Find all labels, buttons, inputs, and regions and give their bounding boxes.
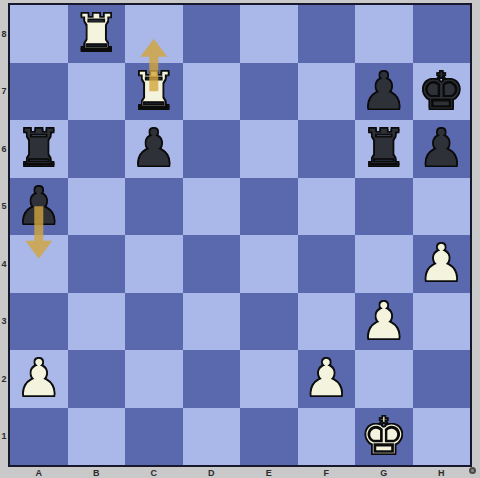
square-f3[interactable] — [298, 293, 356, 351]
white-pawn[interactable]: ♟ — [298, 350, 356, 408]
square-c5[interactable] — [125, 178, 183, 236]
square-f7[interactable] — [298, 63, 356, 121]
white-king[interactable]: ♚ — [355, 408, 413, 466]
file-label-g: G — [376, 468, 392, 478]
square-a3[interactable] — [10, 293, 68, 351]
square-c2[interactable] — [125, 350, 183, 408]
black-rook[interactable]: ♜ — [10, 120, 68, 178]
square-h1[interactable] — [413, 408, 471, 466]
square-g2[interactable] — [355, 350, 413, 408]
rank-label-8: 8 — [0, 29, 8, 39]
chess-board-app: ♜♜♟♚♜♟♜♟♟♟♟♟♟♚ 87654321ABCDEFGH — [0, 0, 480, 478]
black-king[interactable]: ♚ — [413, 63, 471, 121]
square-d3[interactable] — [183, 293, 241, 351]
square-d2[interactable] — [183, 350, 241, 408]
square-a7[interactable] — [10, 63, 68, 121]
square-b7[interactable] — [68, 63, 126, 121]
square-h5[interactable] — [413, 178, 471, 236]
square-e3[interactable] — [240, 293, 298, 351]
rank-label-7: 7 — [0, 86, 8, 96]
square-e1[interactable] — [240, 408, 298, 466]
square-a1[interactable] — [10, 408, 68, 466]
file-label-a: A — [31, 468, 47, 478]
square-c4[interactable] — [125, 235, 183, 293]
square-d6[interactable] — [183, 120, 241, 178]
square-h8[interactable] — [413, 5, 471, 63]
square-b3[interactable] — [68, 293, 126, 351]
dot-logo-icon — [469, 467, 476, 474]
square-e8[interactable] — [240, 5, 298, 63]
square-f4[interactable] — [298, 235, 356, 293]
black-pawn[interactable]: ♟ — [355, 63, 413, 121]
rank-label-3: 3 — [0, 316, 8, 326]
square-a4[interactable] — [10, 235, 68, 293]
square-f1[interactable] — [298, 408, 356, 466]
file-label-e: E — [261, 468, 277, 478]
square-b5[interactable] — [68, 178, 126, 236]
white-pawn[interactable]: ♟ — [413, 235, 471, 293]
file-label-b: B — [88, 468, 104, 478]
square-h3[interactable] — [413, 293, 471, 351]
black-rook[interactable]: ♜ — [355, 120, 413, 178]
black-pawn[interactable]: ♟ — [413, 120, 471, 178]
black-pawn[interactable]: ♟ — [10, 178, 68, 236]
square-f6[interactable] — [298, 120, 356, 178]
square-f5[interactable] — [298, 178, 356, 236]
rank-label-1: 1 — [0, 431, 8, 441]
square-d5[interactable] — [183, 178, 241, 236]
square-g8[interactable] — [355, 5, 413, 63]
white-pawn[interactable]: ♟ — [355, 293, 413, 351]
square-d1[interactable] — [183, 408, 241, 466]
square-e6[interactable] — [240, 120, 298, 178]
white-rook[interactable]: ♜ — [68, 5, 126, 63]
rank-label-6: 6 — [0, 144, 8, 154]
square-d8[interactable] — [183, 5, 241, 63]
square-d7[interactable] — [183, 63, 241, 121]
square-a8[interactable] — [10, 5, 68, 63]
square-b6[interactable] — [68, 120, 126, 178]
file-label-f: F — [318, 468, 334, 478]
square-b2[interactable] — [68, 350, 126, 408]
square-c3[interactable] — [125, 293, 183, 351]
square-e7[interactable] — [240, 63, 298, 121]
square-g5[interactable] — [355, 178, 413, 236]
rank-label-5: 5 — [0, 201, 8, 211]
square-d4[interactable] — [183, 235, 241, 293]
square-e5[interactable] — [240, 178, 298, 236]
square-e4[interactable] — [240, 235, 298, 293]
square-b4[interactable] — [68, 235, 126, 293]
white-pawn[interactable]: ♟ — [10, 350, 68, 408]
rank-label-2: 2 — [0, 374, 8, 384]
file-label-c: C — [146, 468, 162, 478]
square-b1[interactable] — [68, 408, 126, 466]
square-c1[interactable] — [125, 408, 183, 466]
square-c8[interactable] — [125, 5, 183, 63]
file-label-h: H — [433, 468, 449, 478]
black-pawn[interactable]: ♟ — [125, 120, 183, 178]
rank-label-4: 4 — [0, 259, 8, 269]
white-rook[interactable]: ♜ — [125, 63, 183, 121]
square-h2[interactable] — [413, 350, 471, 408]
square-f8[interactable] — [298, 5, 356, 63]
square-e2[interactable] — [240, 350, 298, 408]
file-label-d: D — [203, 468, 219, 478]
square-g4[interactable] — [355, 235, 413, 293]
